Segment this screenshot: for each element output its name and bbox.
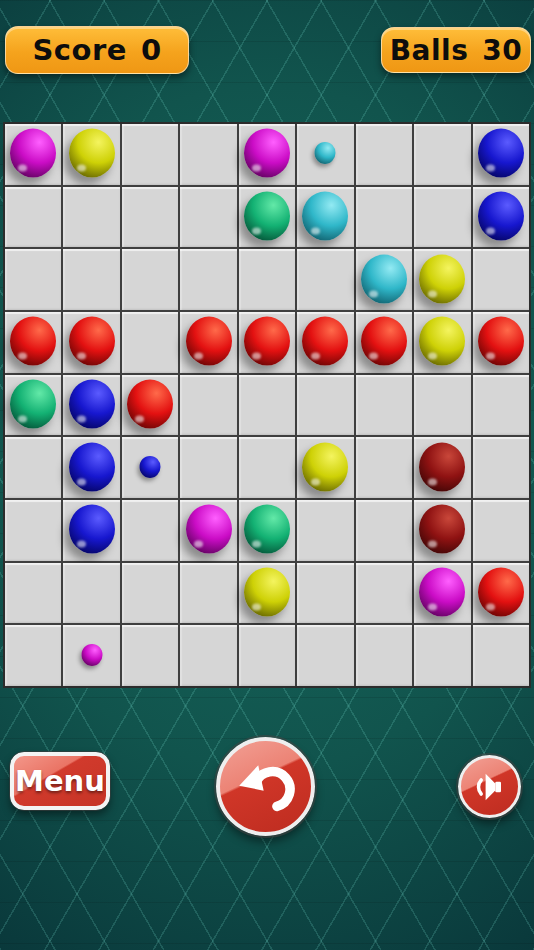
ball-magenta[interactable] [10, 129, 56, 178]
board-cell[interactable] [63, 500, 119, 561]
ball-green[interactable] [10, 380, 56, 429]
board-cell[interactable] [297, 437, 353, 498]
ball-red[interactable] [478, 317, 524, 366]
board-cell[interactable] [63, 375, 119, 436]
menu-button-label: Menu [15, 764, 105, 798]
ball-blue[interactable] [69, 380, 115, 429]
board-cell[interactable] [356, 563, 412, 624]
board-cell[interactable] [122, 375, 178, 436]
board-cell[interactable] [239, 500, 295, 561]
board-cell[interactable] [414, 563, 470, 624]
board-cell[interactable] [180, 375, 236, 436]
ball-cyan[interactable] [302, 192, 348, 241]
board-cell[interactable] [180, 500, 236, 561]
board-cell[interactable] [122, 249, 178, 310]
board-cell[interactable] [239, 625, 295, 686]
board-cell[interactable] [239, 437, 295, 498]
sound-button[interactable] [458, 755, 521, 818]
ball-red[interactable] [244, 317, 290, 366]
board-cell[interactable] [122, 625, 178, 686]
board-cell[interactable] [180, 187, 236, 248]
board-cell[interactable] [5, 563, 61, 624]
board-cell[interactable] [239, 187, 295, 248]
board-cell[interactable] [356, 625, 412, 686]
board-cell[interactable] [297, 312, 353, 373]
ball-red[interactable] [361, 317, 407, 366]
board-cell[interactable] [414, 249, 470, 310]
board-cell[interactable] [356, 187, 412, 248]
game-screen: Score 0 Balls 30 Menu [0, 0, 534, 950]
board-cell[interactable] [5, 312, 61, 373]
board-cell[interactable] [414, 312, 470, 373]
ball-red[interactable] [127, 380, 173, 429]
board-cell[interactable] [5, 249, 61, 310]
board-cell[interactable] [180, 563, 236, 624]
board-cell[interactable] [122, 437, 178, 498]
ball-green[interactable] [244, 192, 290, 241]
next-ball-magenta[interactable] [81, 644, 102, 666]
score-label: Score [32, 33, 126, 67]
ball-yellow[interactable] [419, 317, 465, 366]
ball-blue[interactable] [69, 442, 115, 491]
board-cell[interactable] [356, 312, 412, 373]
board-cell[interactable] [414, 375, 470, 436]
board-cell[interactable] [297, 625, 353, 686]
board-cell[interactable] [473, 124, 529, 185]
board-cell[interactable] [297, 124, 353, 185]
board-cell[interactable] [239, 249, 295, 310]
board-cell[interactable] [473, 625, 529, 686]
board-cell[interactable] [5, 187, 61, 248]
board-cell[interactable] [122, 312, 178, 373]
ball-yellow[interactable] [419, 254, 465, 303]
board-cell[interactable] [122, 563, 178, 624]
ball-red[interactable] [478, 568, 524, 617]
ball-red[interactable] [10, 317, 56, 366]
board-cell[interactable] [356, 437, 412, 498]
ball-yellow[interactable] [69, 129, 115, 178]
menu-button[interactable]: Menu [10, 752, 110, 810]
next-ball-blue[interactable] [140, 456, 161, 478]
board-cell[interactable] [297, 249, 353, 310]
ball-blue[interactable] [478, 192, 524, 241]
board-cell[interactable] [5, 500, 61, 561]
ball-red[interactable] [302, 317, 348, 366]
ball-blue[interactable] [69, 505, 115, 554]
board-cell[interactable] [63, 124, 119, 185]
board-cell[interactable] [414, 187, 470, 248]
board-cell[interactable] [180, 625, 236, 686]
board-cell[interactable] [473, 437, 529, 498]
board-cell[interactable] [414, 500, 470, 561]
board-cell[interactable] [122, 500, 178, 561]
board-cell[interactable] [5, 625, 61, 686]
board-cell[interactable] [63, 437, 119, 498]
board-cell[interactable] [473, 312, 529, 373]
board-cell[interactable] [63, 312, 119, 373]
score-value: 0 [141, 33, 162, 67]
ball-green[interactable] [244, 505, 290, 554]
board-cell[interactable] [473, 500, 529, 561]
undo-button[interactable] [216, 737, 315, 836]
board-cell[interactable] [180, 249, 236, 310]
ball-blue[interactable] [478, 129, 524, 178]
board-cell[interactable] [297, 375, 353, 436]
board-cell[interactable] [356, 375, 412, 436]
board-cell[interactable] [63, 249, 119, 310]
board-cell[interactable] [122, 187, 178, 248]
ball-yellow[interactable] [302, 442, 348, 491]
board-cell[interactable] [122, 124, 178, 185]
board-cell[interactable] [297, 187, 353, 248]
ball-cyan[interactable] [361, 254, 407, 303]
board-cell[interactable] [239, 312, 295, 373]
board-cell[interactable] [180, 312, 236, 373]
board-cell[interactable] [297, 563, 353, 624]
board-cell[interactable] [63, 563, 119, 624]
board-cell[interactable] [473, 563, 529, 624]
board-cell[interactable] [473, 375, 529, 436]
ball-yellow[interactable] [244, 568, 290, 617]
speaker-icon [468, 765, 512, 809]
board-cell[interactable] [5, 124, 61, 185]
board-cell[interactable] [473, 187, 529, 248]
board-cell[interactable] [414, 625, 470, 686]
balls-badge: Balls 30 [381, 27, 531, 73]
board-cell[interactable] [5, 437, 61, 498]
ball-dark-red[interactable] [419, 442, 465, 491]
ball-red[interactable] [186, 317, 232, 366]
next-ball-cyan[interactable] [315, 142, 336, 164]
board-cell[interactable] [63, 187, 119, 248]
ball-magenta[interactable] [419, 568, 465, 617]
board-cell[interactable] [239, 124, 295, 185]
board-cell[interactable] [297, 500, 353, 561]
ball-dark-red[interactable] [419, 505, 465, 554]
balls-value: 30 [482, 34, 522, 67]
balls-label: Balls [390, 34, 469, 67]
ball-magenta[interactable] [186, 505, 232, 554]
undo-arrow-icon [232, 753, 300, 821]
board-cell[interactable] [414, 124, 470, 185]
board-cell[interactable] [356, 249, 412, 310]
game-board [3, 122, 531, 688]
board-cell[interactable] [414, 437, 470, 498]
score-badge: Score 0 [5, 26, 189, 74]
ball-red[interactable] [69, 317, 115, 366]
ball-magenta[interactable] [244, 129, 290, 178]
board-cell[interactable] [473, 249, 529, 310]
board-cell[interactable] [180, 437, 236, 498]
board-cell[interactable] [239, 563, 295, 624]
board-cell[interactable] [63, 625, 119, 686]
board-cell[interactable] [5, 375, 61, 436]
board-cell[interactable] [356, 124, 412, 185]
board-cell[interactable] [180, 124, 236, 185]
board-cell[interactable] [239, 375, 295, 436]
board-cell[interactable] [356, 500, 412, 561]
